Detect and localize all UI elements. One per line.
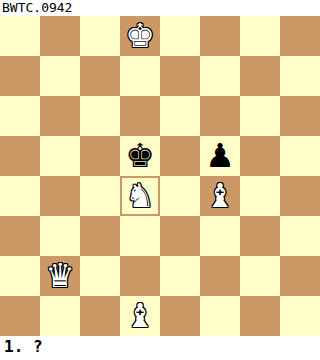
square-f3[interactable] xyxy=(200,216,240,256)
square-c7[interactable] xyxy=(80,56,120,96)
square-c2[interactable] xyxy=(80,256,120,296)
white-bishop-piece[interactable]: ♝ xyxy=(205,176,235,216)
square-f2[interactable] xyxy=(200,256,240,296)
square-h3[interactable] xyxy=(280,216,320,256)
square-b1[interactable] xyxy=(40,296,80,336)
square-a7[interactable] xyxy=(0,56,40,96)
square-f1[interactable] xyxy=(200,296,240,336)
square-h4[interactable] xyxy=(280,176,320,216)
square-f7[interactable] xyxy=(200,56,240,96)
square-h5[interactable] xyxy=(280,136,320,176)
square-b7[interactable] xyxy=(40,56,80,96)
square-h6[interactable] xyxy=(280,96,320,136)
chess-board: ♚♚♟♞♝♛♝ xyxy=(0,16,320,336)
square-b2[interactable]: ♛ xyxy=(40,256,80,296)
square-f5[interactable]: ♟ xyxy=(200,136,240,176)
square-h7[interactable] xyxy=(280,56,320,96)
square-d1[interactable]: ♝ xyxy=(120,296,160,336)
square-e3[interactable] xyxy=(160,216,200,256)
square-d7[interactable] xyxy=(120,56,160,96)
square-c4[interactable] xyxy=(80,176,120,216)
square-b5[interactable] xyxy=(40,136,80,176)
square-a8[interactable] xyxy=(0,16,40,56)
square-e1[interactable] xyxy=(160,296,200,336)
square-d5[interactable]: ♚ xyxy=(120,136,160,176)
square-b3[interactable] xyxy=(40,216,80,256)
square-a5[interactable] xyxy=(0,136,40,176)
square-g3[interactable] xyxy=(240,216,280,256)
square-g2[interactable] xyxy=(240,256,280,296)
black-pawn-piece[interactable]: ♟ xyxy=(205,136,235,176)
square-d3[interactable] xyxy=(120,216,160,256)
square-g5[interactable] xyxy=(240,136,280,176)
white-queen-piece[interactable]: ♛ xyxy=(45,256,75,296)
white-bishop-piece[interactable]: ♝ xyxy=(125,296,155,336)
square-g8[interactable] xyxy=(240,16,280,56)
square-e7[interactable] xyxy=(160,56,200,96)
white-knight-piece[interactable]: ♞ xyxy=(125,176,155,216)
square-e6[interactable] xyxy=(160,96,200,136)
square-h8[interactable] xyxy=(280,16,320,56)
square-d4[interactable]: ♞ xyxy=(120,176,160,216)
square-a6[interactable] xyxy=(0,96,40,136)
white-king-piece[interactable]: ♚ xyxy=(125,16,155,56)
square-g6[interactable] xyxy=(240,96,280,136)
square-f6[interactable] xyxy=(200,96,240,136)
square-g4[interactable] xyxy=(240,176,280,216)
square-c6[interactable] xyxy=(80,96,120,136)
square-b6[interactable] xyxy=(40,96,80,136)
puzzle-id: BWTC.0942 xyxy=(0,0,320,16)
square-a1[interactable] xyxy=(0,296,40,336)
square-b4[interactable] xyxy=(40,176,80,216)
square-f8[interactable] xyxy=(200,16,240,56)
square-c3[interactable] xyxy=(80,216,120,256)
square-e4[interactable] xyxy=(160,176,200,216)
move-prompt: 1. ? xyxy=(0,336,320,360)
square-g1[interactable] xyxy=(240,296,280,336)
square-b8[interactable] xyxy=(40,16,80,56)
square-c8[interactable] xyxy=(80,16,120,56)
square-h1[interactable] xyxy=(280,296,320,336)
square-a3[interactable] xyxy=(0,216,40,256)
square-f4[interactable]: ♝ xyxy=(200,176,240,216)
square-g7[interactable] xyxy=(240,56,280,96)
square-a2[interactable] xyxy=(0,256,40,296)
square-h2[interactable] xyxy=(280,256,320,296)
square-c1[interactable] xyxy=(80,296,120,336)
square-e8[interactable] xyxy=(160,16,200,56)
square-d8[interactable]: ♚ xyxy=(120,16,160,56)
square-a4[interactable] xyxy=(0,176,40,216)
square-c5[interactable] xyxy=(80,136,120,176)
black-king-piece[interactable]: ♚ xyxy=(125,136,155,176)
square-d6[interactable] xyxy=(120,96,160,136)
square-e5[interactable] xyxy=(160,136,200,176)
square-d2[interactable] xyxy=(120,256,160,296)
square-e2[interactable] xyxy=(160,256,200,296)
